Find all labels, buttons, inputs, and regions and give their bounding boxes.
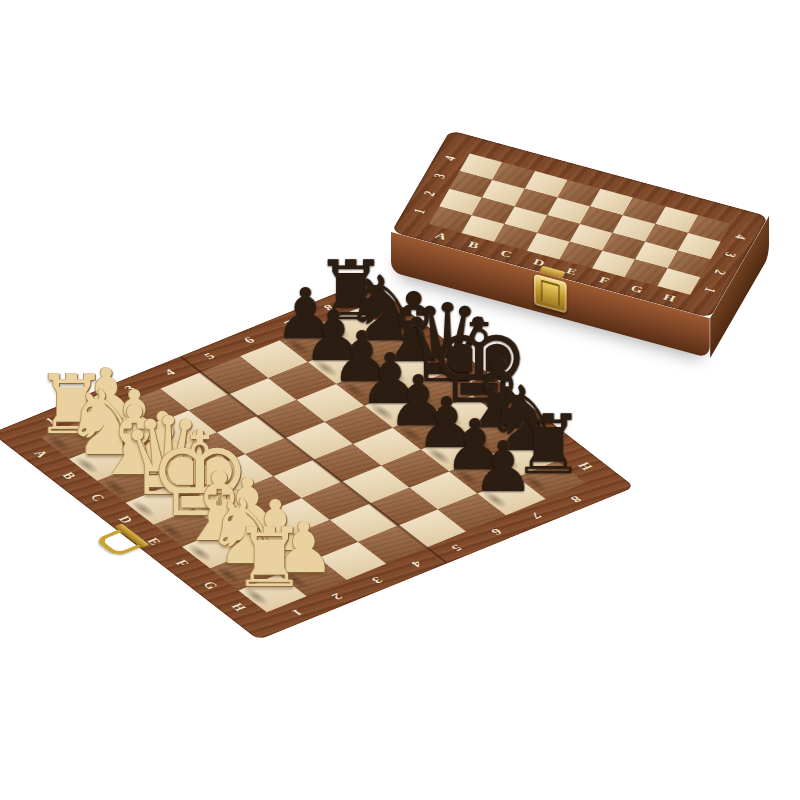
- open-chess-board: ♜♞♝♛♚♝♞♜♟♟♟♟♟♟♟♟♟♟♟♟♟♟♟♟♜♞♝♛♚♝♞♜ AABBCCD…: [0, 280, 635, 640]
- brass-latch: [534, 274, 567, 314]
- box-file-label-g: G: [629, 283, 645, 295]
- piece-white-rook-h1: ♜: [233, 517, 285, 599]
- box-rank-label-4-left: 4: [441, 154, 460, 162]
- box-rank-label-1-right: 1: [700, 286, 719, 294]
- box-rank-label-3-left: 3: [431, 172, 450, 180]
- box-file-label-f: F: [597, 275, 611, 286]
- rank-label-6-left: 6: [241, 335, 258, 346]
- rank-label-6-right: 6: [487, 526, 504, 537]
- rank-label-5-right: 5: [448, 542, 465, 553]
- box-rank-label-1-left: 1: [410, 207, 429, 215]
- product-photo-canvas: ABCDEFGH44332211 ♜♞♝♛♚♝♞♜♟♟♟♟♟♟♟♟♟♟♟♟♟♟♟…: [0, 0, 800, 800]
- rank-label-5-left: 5: [201, 351, 218, 362]
- piece-black-pawn-h7: ♟: [472, 432, 524, 502]
- box-rank-label-4-right: 4: [731, 233, 750, 241]
- box-file-label-b: B: [466, 239, 481, 250]
- box-file-label-a: A: [433, 231, 449, 243]
- rank-label-4-right: 4: [408, 558, 425, 569]
- rank-label-8-right: 8: [567, 494, 584, 505]
- box-rank-label-2-right: 2: [711, 268, 730, 276]
- box-file-label-c: C: [498, 248, 514, 260]
- rank-label-3-right: 3: [368, 574, 385, 585]
- rank-label-7-right: 7: [527, 510, 544, 521]
- box-rank-label-3-right: 3: [721, 250, 740, 258]
- rank-label-2-right: 2: [328, 591, 345, 602]
- box-file-label-e: E: [564, 266, 579, 277]
- box-rank-label-2-left: 2: [421, 190, 440, 198]
- rank-label-1-right: 1: [288, 607, 305, 618]
- box-file-label-h: H: [661, 292, 677, 304]
